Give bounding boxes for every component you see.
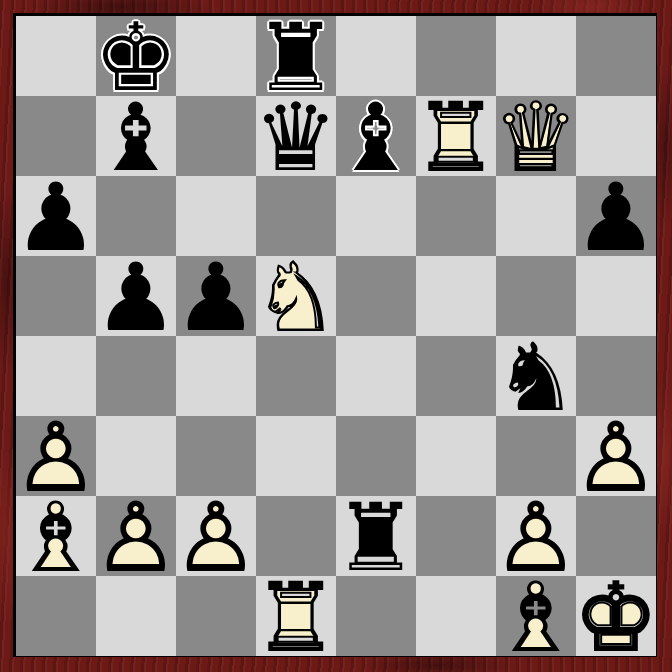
- square-c7[interactable]: [176, 96, 256, 176]
- chess-board: ♚♜♝♛♝♜♖♛♕♟♟♟♟♞♘♞♟♙♟♙♝♗♟♙♟♙♜♟♙♜♖♝♗♚♔: [13, 13, 657, 657]
- piece-black-pawn[interactable]: ♟: [576, 178, 656, 258]
- square-e2[interactable]: ♜: [336, 496, 416, 576]
- square-g6[interactable]: [496, 176, 576, 256]
- square-a6[interactable]: ♟: [16, 176, 96, 256]
- piece-black-pawn[interactable]: ♟: [176, 258, 256, 338]
- square-g2[interactable]: ♟♙: [496, 496, 576, 576]
- glyph-fill: ♝: [96, 98, 176, 178]
- glyph-fill: ♟: [176, 498, 256, 578]
- glyph-fill: ♛: [496, 98, 576, 178]
- square-e4[interactable]: [336, 336, 416, 416]
- square-b7[interactable]: ♝: [96, 96, 176, 176]
- square-c8[interactable]: [176, 16, 256, 96]
- glyph-outline: ♖: [256, 578, 336, 658]
- square-h8[interactable]: [576, 16, 656, 96]
- piece-white-bishop[interactable]: ♝♗: [16, 498, 96, 578]
- glyph-fill: ♜: [336, 498, 416, 578]
- glyph-fill: ♟: [176, 258, 256, 338]
- piece-white-pawn[interactable]: ♟♙: [576, 418, 656, 498]
- square-f1[interactable]: [416, 576, 496, 656]
- glyph-fill: ♟: [576, 418, 656, 498]
- square-a5[interactable]: [16, 256, 96, 336]
- piece-white-rook[interactable]: ♜♖: [416, 98, 496, 178]
- glyph-fill: ♟: [96, 498, 176, 578]
- square-c3[interactable]: [176, 416, 256, 496]
- piece-white-king[interactable]: ♚♔: [576, 578, 656, 658]
- square-d3[interactable]: [256, 416, 336, 496]
- piece-white-rook[interactable]: ♜♖: [256, 578, 336, 658]
- board-frame: ♚♜♝♛♝♜♖♛♕♟♟♟♟♞♘♞♟♙♟♙♝♗♟♙♟♙♜♟♙♜♖♝♗♚♔: [0, 0, 672, 672]
- square-c2[interactable]: ♟♙: [176, 496, 256, 576]
- piece-black-king[interactable]: ♚: [96, 18, 176, 98]
- glyph-fill: ♟: [16, 418, 96, 498]
- square-g3[interactable]: [496, 416, 576, 496]
- piece-black-queen[interactable]: ♛: [256, 98, 336, 178]
- square-e8[interactable]: [336, 16, 416, 96]
- square-c1[interactable]: [176, 576, 256, 656]
- square-a2[interactable]: ♝♗: [16, 496, 96, 576]
- square-d7[interactable]: ♛: [256, 96, 336, 176]
- square-d4[interactable]: [256, 336, 336, 416]
- square-d2[interactable]: [256, 496, 336, 576]
- square-g8[interactable]: [496, 16, 576, 96]
- square-d6[interactable]: [256, 176, 336, 256]
- square-h5[interactable]: [576, 256, 656, 336]
- glyph-fill: ♜: [416, 98, 496, 178]
- square-g5[interactable]: [496, 256, 576, 336]
- square-g1[interactable]: ♝♗: [496, 576, 576, 656]
- glyph-fill: ♟: [496, 498, 576, 578]
- glyph-fill: ♚: [96, 18, 176, 98]
- glyph-outline: ♕: [496, 98, 576, 178]
- square-c6[interactable]: [176, 176, 256, 256]
- square-a8[interactable]: [16, 16, 96, 96]
- square-e6[interactable]: [336, 176, 416, 256]
- square-d1[interactable]: ♜♖: [256, 576, 336, 656]
- square-b1[interactable]: [96, 576, 176, 656]
- piece-white-queen[interactable]: ♛♕: [496, 98, 576, 178]
- piece-white-pawn[interactable]: ♟♙: [496, 498, 576, 578]
- piece-black-pawn[interactable]: ♟: [16, 178, 96, 258]
- square-e5[interactable]: [336, 256, 416, 336]
- piece-white-pawn[interactable]: ♟♙: [176, 498, 256, 578]
- square-d8[interactable]: ♜: [256, 16, 336, 96]
- glyph-outline: ♙: [176, 498, 256, 578]
- square-f7[interactable]: ♜♖: [416, 96, 496, 176]
- glyph-fill: ♝: [496, 578, 576, 658]
- square-f8[interactable]: [416, 16, 496, 96]
- square-b2[interactable]: ♟♙: [96, 496, 176, 576]
- piece-white-pawn[interactable]: ♟♙: [96, 498, 176, 578]
- glyph-fill: ♜: [256, 578, 336, 658]
- glyph-outline: ♗: [16, 498, 96, 578]
- square-b8[interactable]: ♚: [96, 16, 176, 96]
- square-e7[interactable]: ♝: [336, 96, 416, 176]
- glyph-outline: ♔: [576, 578, 656, 658]
- glyph-outline: ♗: [496, 578, 576, 658]
- square-g4[interactable]: ♞: [496, 336, 576, 416]
- square-f6[interactable]: [416, 176, 496, 256]
- square-h3[interactable]: ♟♙: [576, 416, 656, 496]
- square-f4[interactable]: [416, 336, 496, 416]
- square-b3[interactable]: [96, 416, 176, 496]
- square-a1[interactable]: [16, 576, 96, 656]
- glyph-fill: ♞: [496, 338, 576, 418]
- glyph-fill: ♟: [576, 178, 656, 258]
- square-e3[interactable]: [336, 416, 416, 496]
- glyph-fill: ♛: [256, 98, 336, 178]
- square-c4[interactable]: [176, 336, 256, 416]
- glyph-outline: ♙: [496, 498, 576, 578]
- square-a7[interactable]: [16, 96, 96, 176]
- glyph-fill: ♜: [256, 18, 336, 98]
- glyph-fill: ♟: [96, 258, 176, 338]
- glyph-outline: ♙: [576, 418, 656, 498]
- glyph-fill: ♚: [576, 578, 656, 658]
- glyph-fill: ♝: [16, 498, 96, 578]
- piece-white-pawn[interactable]: ♟♙: [16, 418, 96, 498]
- piece-black-pawn[interactable]: ♟: [96, 258, 176, 338]
- square-c5[interactable]: ♟: [176, 256, 256, 336]
- piece-white-bishop[interactable]: ♝♗: [496, 578, 576, 658]
- glyph-outline: ♖: [416, 98, 496, 178]
- square-h7[interactable]: [576, 96, 656, 176]
- glyph-fill: ♟: [16, 178, 96, 258]
- glyph-fill: ♞: [256, 258, 336, 338]
- glyph-fill: ♝: [336, 98, 416, 178]
- square-a4[interactable]: [16, 336, 96, 416]
- square-b4[interactable]: [96, 336, 176, 416]
- square-e1[interactable]: [336, 576, 416, 656]
- square-f5[interactable]: [416, 256, 496, 336]
- piece-black-bishop[interactable]: ♝: [96, 98, 176, 178]
- piece-black-bishop[interactable]: ♝: [336, 98, 416, 178]
- piece-black-rook[interactable]: ♜: [336, 498, 416, 578]
- square-b5[interactable]: ♟: [96, 256, 176, 336]
- square-f3[interactable]: [416, 416, 496, 496]
- square-h1[interactable]: ♚♔: [576, 576, 656, 656]
- piece-white-knight[interactable]: ♞♘: [256, 258, 336, 338]
- piece-black-knight[interactable]: ♞: [496, 338, 576, 418]
- glyph-outline: ♙: [96, 498, 176, 578]
- glyph-outline: ♙: [16, 418, 96, 498]
- square-h2[interactable]: [576, 496, 656, 576]
- square-g7[interactable]: ♛♕: [496, 96, 576, 176]
- square-d5[interactable]: ♞♘: [256, 256, 336, 336]
- glyph-outline: ♘: [256, 258, 336, 338]
- square-b6[interactable]: [96, 176, 176, 256]
- square-h6[interactable]: ♟: [576, 176, 656, 256]
- square-h4[interactable]: [576, 336, 656, 416]
- square-f2[interactable]: [416, 496, 496, 576]
- square-a3[interactable]: ♟♙: [16, 416, 96, 496]
- piece-black-rook[interactable]: ♜: [256, 18, 336, 98]
